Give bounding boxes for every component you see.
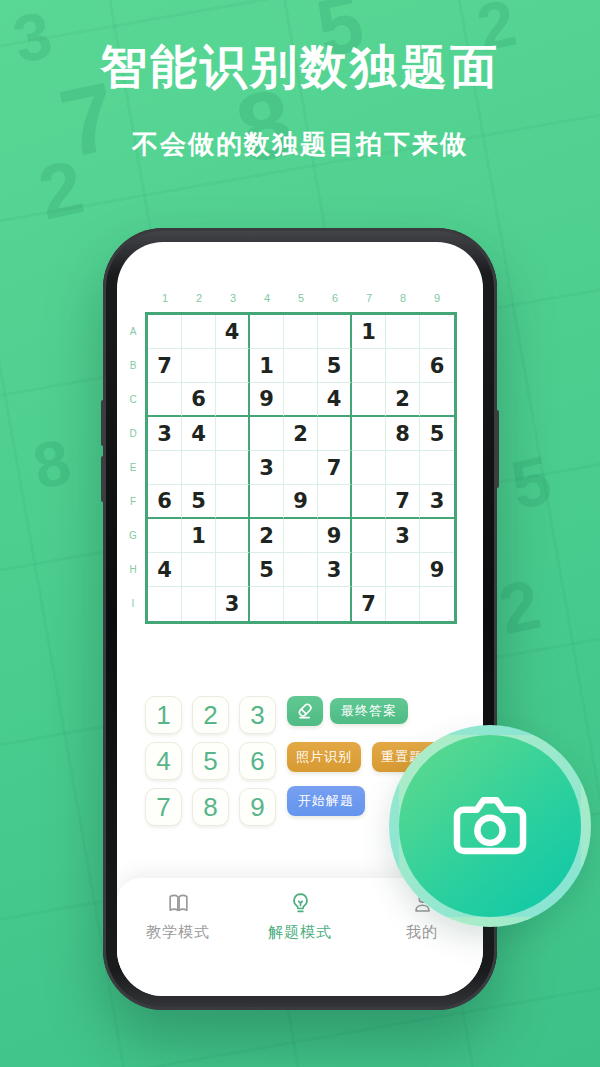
cell-H1[interactable]: 4 [148, 553, 182, 587]
cell-H7[interactable] [352, 553, 386, 587]
cell-D9[interactable]: 5 [420, 417, 454, 451]
cell-C9[interactable] [420, 383, 454, 417]
cell-B4[interactable]: 1 [250, 349, 284, 383]
row-label-A: A [125, 315, 141, 349]
cell-F3[interactable] [216, 485, 250, 519]
cell-B5[interactable] [284, 349, 318, 383]
col-label-6: 6 [318, 292, 352, 306]
cell-A2[interactable] [182, 315, 216, 349]
cell-E7[interactable] [352, 451, 386, 485]
tab-label: 解题模式 [268, 923, 332, 942]
cell-G4[interactable]: 2 [250, 519, 284, 553]
cell-G1[interactable] [148, 519, 182, 553]
col-label-2: 2 [182, 292, 216, 306]
cell-H6[interactable]: 3 [318, 553, 352, 587]
row-label-G: G [125, 519, 141, 553]
row-label-H: H [125, 553, 141, 587]
cell-G6[interactable]: 9 [318, 519, 352, 553]
row-label-E: E [125, 451, 141, 485]
bulb-icon [288, 891, 313, 916]
cell-B9[interactable]: 6 [420, 349, 454, 383]
eraser-icon [293, 699, 317, 723]
page-title: 智能识别数独题面 [0, 36, 600, 99]
cell-D7[interactable] [352, 417, 386, 451]
keypad-key-7[interactable]: 7 [145, 788, 182, 826]
cell-I5[interactable] [284, 587, 318, 621]
cell-D5[interactable]: 2 [284, 417, 318, 451]
cell-C7[interactable] [352, 383, 386, 417]
keypad-key-4[interactable]: 4 [145, 742, 182, 780]
cell-B2[interactable] [182, 349, 216, 383]
col-label-4: 4 [250, 292, 284, 306]
cell-F7[interactable] [352, 485, 386, 519]
cell-B7[interactable] [352, 349, 386, 383]
cell-D6[interactable] [318, 417, 352, 451]
cell-F8[interactable]: 7 [386, 485, 420, 519]
photo-recognize-button[interactable]: 照片识别 [287, 742, 361, 772]
cell-F5[interactable]: 9 [284, 485, 318, 519]
page-subtitle: 不会做的数独题目拍下来做 [0, 127, 600, 162]
cell-D8[interactable]: 8 [386, 417, 420, 451]
cell-C2[interactable]: 6 [182, 383, 216, 417]
tab-label: 我的 [406, 923, 438, 942]
cell-A9[interactable] [420, 315, 454, 349]
camera-fab-button[interactable] [389, 725, 591, 927]
keypad-key-9[interactable]: 9 [239, 788, 276, 826]
book-icon [166, 891, 191, 916]
cell-E6[interactable]: 7 [318, 451, 352, 485]
cell-H3[interactable] [216, 553, 250, 587]
cell-G2[interactable]: 1 [182, 519, 216, 553]
keypad-key-2[interactable]: 2 [192, 696, 229, 734]
cell-G7[interactable] [352, 519, 386, 553]
cell-F9[interactable]: 3 [420, 485, 454, 519]
cell-I9[interactable] [420, 587, 454, 621]
cell-I8[interactable] [386, 587, 420, 621]
cell-G8[interactable]: 3 [386, 519, 420, 553]
keypad-key-3[interactable]: 3 [239, 696, 276, 734]
cell-A3[interactable]: 4 [216, 315, 250, 349]
eraser-button[interactable] [287, 696, 323, 726]
cell-B8[interactable] [386, 349, 420, 383]
row-label-C: C [125, 383, 141, 417]
cell-D4[interactable] [250, 417, 284, 451]
volume-down-button [101, 456, 105, 502]
cell-G5[interactable] [284, 519, 318, 553]
camera-icon [443, 779, 537, 873]
cell-E4[interactable]: 3 [250, 451, 284, 485]
row-label-B: B [125, 349, 141, 383]
cell-D2[interactable]: 4 [182, 417, 216, 451]
sudoku-grid: 41715669423428537659731293453937 [145, 312, 457, 624]
cell-I6[interactable] [318, 587, 352, 621]
cell-A6[interactable] [318, 315, 352, 349]
cell-A1[interactable] [148, 315, 182, 349]
cell-F4[interactable] [250, 485, 284, 519]
tab-solving-mode[interactable]: 解题模式 [252, 891, 348, 996]
cell-B6[interactable]: 5 [318, 349, 352, 383]
tab-label: 教学模式 [146, 923, 210, 942]
col-label-3: 3 [216, 292, 250, 306]
cell-E5[interactable] [284, 451, 318, 485]
volume-up-button [101, 400, 105, 446]
keypad-key-1[interactable]: 1 [145, 696, 182, 734]
cell-A5[interactable] [284, 315, 318, 349]
power-button [495, 410, 499, 488]
cell-B1[interactable]: 7 [148, 349, 182, 383]
cell-A4[interactable] [250, 315, 284, 349]
cell-G3[interactable] [216, 519, 250, 553]
cell-B3[interactable] [216, 349, 250, 383]
cell-E1[interactable] [148, 451, 182, 485]
cell-F6[interactable] [318, 485, 352, 519]
row-label-D: D [125, 417, 141, 451]
cell-H5[interactable] [284, 553, 318, 587]
row-label-F: F [125, 485, 141, 519]
keypad-key-5[interactable]: 5 [192, 742, 229, 780]
cell-A8[interactable] [386, 315, 420, 349]
cell-H2[interactable] [182, 553, 216, 587]
cell-E8[interactable] [386, 451, 420, 485]
cell-F2[interactable]: 5 [182, 485, 216, 519]
cell-H8[interactable] [386, 553, 420, 587]
cell-H9[interactable]: 9 [420, 553, 454, 587]
keypad-key-6[interactable]: 6 [239, 742, 276, 780]
col-label-7: 7 [352, 292, 386, 306]
cell-I1[interactable] [148, 587, 182, 621]
tab-teaching-mode[interactable]: 教学模式 [130, 891, 226, 996]
keypad-key-8[interactable]: 8 [192, 788, 229, 826]
cell-D3[interactable] [216, 417, 250, 451]
cell-C4[interactable]: 9 [250, 383, 284, 417]
col-label-1: 1 [148, 292, 182, 306]
start-solve-button[interactable]: 开始解题 [287, 786, 365, 816]
cell-C5[interactable] [284, 383, 318, 417]
final-answer-button[interactable]: 最终答案 [330, 698, 408, 724]
cell-G9[interactable] [420, 519, 454, 553]
cell-I3[interactable]: 3 [216, 587, 250, 621]
cell-F1[interactable]: 6 [148, 485, 182, 519]
col-label-9: 9 [420, 292, 454, 306]
col-label-8: 8 [386, 292, 420, 306]
cell-C6[interactable]: 4 [318, 383, 352, 417]
cell-I4[interactable] [250, 587, 284, 621]
cell-C3[interactable] [216, 383, 250, 417]
cell-D1[interactable]: 3 [148, 417, 182, 451]
cell-I2[interactable] [182, 587, 216, 621]
row-label-I: I [125, 587, 141, 621]
cell-A7[interactable]: 1 [352, 315, 386, 349]
cell-H4[interactable]: 5 [250, 553, 284, 587]
cell-I7[interactable]: 7 [352, 587, 386, 621]
cell-E2[interactable] [182, 451, 216, 485]
cell-E9[interactable] [420, 451, 454, 485]
col-label-5: 5 [284, 292, 318, 306]
cell-C1[interactable] [148, 383, 182, 417]
number-keypad: 123456789 [145, 696, 276, 826]
cell-C8[interactable]: 2 [386, 383, 420, 417]
cell-E3[interactable] [216, 451, 250, 485]
